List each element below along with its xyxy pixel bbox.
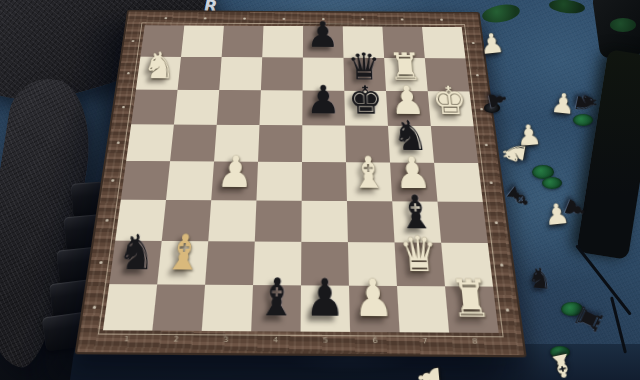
square-r3c3[interactable] — [217, 90, 261, 125]
frame-dot-top — [164, 17, 167, 19]
frame-label-bottom: 3 — [223, 335, 229, 344]
square-r2c1[interactable]: ♞ — [136, 57, 181, 90]
board-coordinate-marks: 12345678 — [129, 11, 478, 13]
piece-bP-r1c5[interactable]: ♟ — [303, 15, 344, 54]
frame-dot-right — [500, 264, 504, 267]
square-r7c2[interactable]: ♝ — [157, 241, 208, 285]
square-r8c8[interactable]: ♜ — [445, 286, 499, 333]
square-r7c3[interactable] — [205, 241, 255, 285]
square-r1c4[interactable] — [262, 26, 303, 58]
square-r7c1[interactable]: ♞ — [109, 241, 161, 285]
frame-dot-left — [127, 72, 130, 74]
square-r3c2[interactable] — [174, 90, 219, 125]
piece-wN-r2c1[interactable]: ♞ — [136, 45, 182, 86]
frame-dot-left — [111, 179, 114, 182]
captured-piece-wB[interactable]: ♝ — [545, 349, 578, 380]
frame-label-bottom: 1 — [124, 335, 130, 344]
frame-label-bottom: 6 — [372, 336, 377, 345]
captured-piece-wN[interactable]: ♞ — [498, 138, 530, 168]
frame-dot-left — [117, 141, 120, 144]
square-r2c4[interactable] — [261, 57, 303, 90]
square-r5c1[interactable] — [121, 161, 170, 200]
square-r3c8[interactable]: ♚ — [428, 91, 474, 126]
frame-label-bottom: 2 — [173, 335, 179, 344]
green-base-top-right — [610, 18, 636, 32]
square-r4c2[interactable] — [170, 125, 217, 162]
square-r6c3[interactable] — [208, 200, 256, 241]
square-r6c4[interactable] — [255, 201, 302, 242]
square-r1c3[interactable] — [222, 26, 264, 58]
square-r3c6[interactable]: ♚ — [344, 91, 388, 126]
square-r8c6[interactable]: ♟ — [349, 286, 400, 333]
captured-piece-wP[interactable]: ♟ — [415, 363, 445, 380]
piece-bN-r7c1[interactable]: ♞ — [110, 225, 163, 279]
piece-wK-r3c8[interactable]: ♚ — [427, 79, 474, 122]
frame-label-bottom: 7 — [422, 337, 428, 346]
captured-piece-bN[interactable]: ♞ — [570, 88, 602, 118]
frame-dot-left — [131, 40, 134, 42]
scene-photo-chess-game: R ♟♞♛♜♟♚♟♚♞♟♝♟♝♞♝♛♝♟♟♜ 12345678 ♟♟♟♞♟♞♝♟… — [0, 0, 640, 380]
square-r1c8[interactable] — [422, 27, 465, 59]
frame-label-bottom: 4 — [273, 336, 278, 345]
piece-wQ-r7c7[interactable]: ♛ — [394, 227, 445, 281]
square-r6c8[interactable] — [438, 202, 488, 243]
frame-dot-top — [243, 18, 246, 20]
frame-dot-right — [489, 181, 492, 184]
square-r4c5[interactable] — [302, 125, 346, 162]
square-r8c5[interactable]: ♟ — [301, 285, 350, 332]
captured-piece-bP[interactable]: ♟ — [481, 87, 512, 112]
square-r4c4[interactable] — [258, 125, 302, 162]
frame-dot-left — [99, 261, 103, 264]
square-r5c8[interactable] — [434, 163, 483, 202]
square-r6c6[interactable] — [347, 201, 395, 242]
captured-piece-bN[interactable]: ♞ — [526, 264, 553, 294]
square-r4c8[interactable] — [431, 126, 478, 163]
captured-piece-wP[interactable]: ♟ — [478, 29, 505, 59]
frame-label-bottom: 5 — [323, 336, 328, 345]
green-felt-base — [542, 177, 562, 189]
square-r8c3[interactable] — [202, 285, 253, 332]
frame-dot-left — [93, 306, 97, 309]
piece-wB-r7c2[interactable]: ♝ — [158, 225, 210, 279]
chess-board: ♟♞♛♜♟♚♟♚♞♟♝♟♝♞♝♛♝♟♟♜ 12345678 — [75, 10, 527, 357]
dark-strap-right-edge — [576, 49, 640, 260]
square-r3c4[interactable] — [259, 90, 302, 125]
square-r5c4[interactable] — [256, 162, 302, 201]
square-r6c5[interactable] — [301, 201, 348, 242]
board-grid: ♟♞♛♜♟♚♟♚♞♟♝♟♝♞♝♛♝♟♟♜ — [103, 25, 499, 333]
square-r2c3[interactable] — [219, 57, 262, 90]
frame-dot-top — [440, 19, 443, 21]
piece-bB-r8c4[interactable]: ♝ — [251, 269, 301, 326]
square-r1c2[interactable] — [181, 26, 224, 58]
frame-dot-right — [495, 221, 498, 224]
square-r8c7[interactable] — [397, 286, 449, 333]
green-bag-top — [548, 0, 585, 15]
piece-wP-r8c6[interactable]: ♟ — [349, 269, 400, 326]
green-felt-object-top — [481, 2, 521, 25]
square-r7c7[interactable]: ♛ — [395, 242, 445, 286]
square-r5c5[interactable] — [302, 162, 347, 201]
captured-piece-bR[interactable]: ♜ — [570, 300, 607, 337]
frame-dot-right — [476, 74, 479, 76]
square-r4c1[interactable] — [126, 124, 174, 161]
frame-dot-top — [401, 18, 404, 20]
square-r1c5[interactable]: ♟ — [303, 26, 344, 58]
square-r3c5[interactable]: ♟ — [302, 91, 345, 126]
square-r8c2[interactable] — [152, 284, 205, 331]
frame-label-bottom: 8 — [472, 337, 478, 346]
frame-dot-left — [105, 219, 109, 222]
square-r5c6[interactable]: ♝ — [346, 162, 392, 201]
frame-dot-left — [122, 106, 125, 108]
frame-dot-top — [361, 18, 364, 20]
frame-dot-top — [204, 17, 207, 19]
square-r2c2[interactable] — [178, 57, 222, 90]
square-r8c1[interactable] — [103, 284, 157, 330]
square-r5c2[interactable] — [166, 161, 214, 200]
square-r5c3[interactable]: ♟ — [211, 161, 258, 200]
frame-dot-right — [480, 108, 483, 110]
frame-dot-top — [283, 18, 286, 20]
piece-bP-r3c5[interactable]: ♟ — [302, 78, 345, 121]
square-r8c4[interactable]: ♝ — [251, 285, 301, 332]
piece-wR-r8c8[interactable]: ♜ — [444, 270, 498, 327]
piece-bK-r3c6[interactable]: ♚ — [344, 78, 388, 121]
piece-wB-r5c6[interactable]: ♝ — [346, 148, 392, 196]
square-r3c1[interactable] — [131, 90, 177, 125]
piece-bP-r8c5[interactable]: ♟ — [301, 269, 350, 326]
frame-dot-right — [485, 144, 488, 147]
frame-dot-right — [472, 42, 475, 44]
frame-dot-right — [506, 308, 510, 311]
piece-wP-r5c3[interactable]: ♟ — [212, 148, 259, 196]
